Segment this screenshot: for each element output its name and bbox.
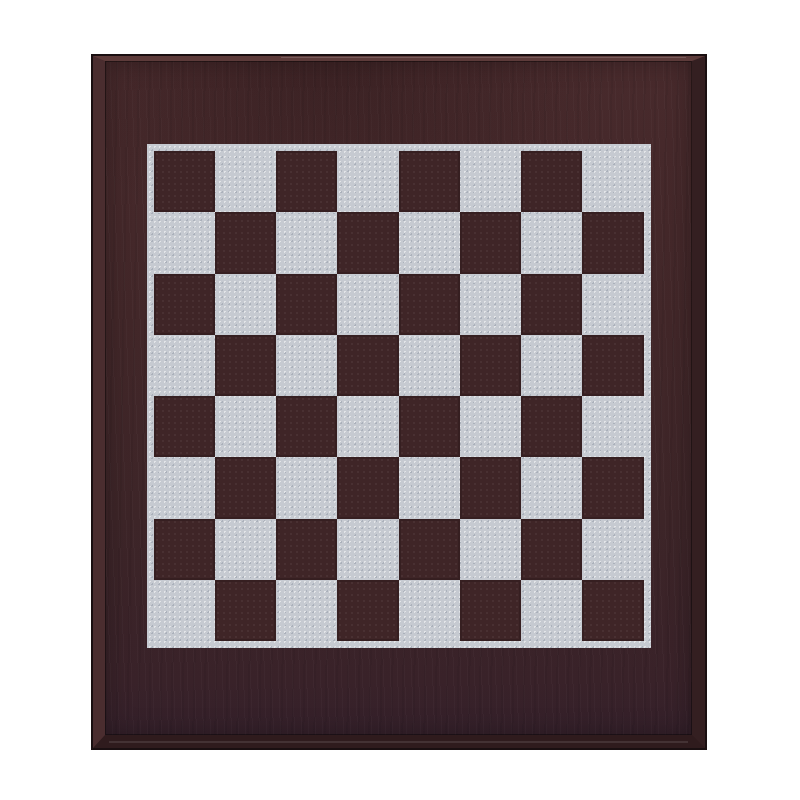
square-r3c8[interactable] bbox=[582, 274, 643, 335]
square-r8c6[interactable] bbox=[460, 580, 521, 641]
square-r3c6[interactable] bbox=[460, 274, 521, 335]
square-r5c7[interactable] bbox=[521, 396, 582, 457]
square-r7c8[interactable] bbox=[582, 519, 643, 580]
square-r6c6[interactable] bbox=[460, 457, 521, 518]
square-r5c8[interactable] bbox=[582, 396, 643, 457]
square-r4c1[interactable] bbox=[154, 335, 215, 396]
square-r6c7[interactable] bbox=[521, 457, 582, 518]
square-r7c6[interactable] bbox=[460, 519, 521, 580]
square-r3c5[interactable] bbox=[399, 274, 460, 335]
square-r8c8[interactable] bbox=[582, 580, 643, 641]
board-bottom-edge-highlight bbox=[109, 741, 688, 743]
square-r6c1[interactable] bbox=[154, 457, 215, 518]
square-r5c5[interactable] bbox=[399, 396, 460, 457]
square-r6c8[interactable] bbox=[582, 457, 643, 518]
square-r2c8[interactable] bbox=[582, 212, 643, 273]
square-r2c4[interactable] bbox=[337, 212, 398, 273]
square-r7c1[interactable] bbox=[154, 519, 215, 580]
square-r1c7[interactable] bbox=[521, 151, 582, 212]
photo-background bbox=[0, 0, 800, 800]
square-r1c8[interactable] bbox=[582, 151, 643, 212]
wooden-board bbox=[93, 56, 705, 748]
square-r6c4[interactable] bbox=[337, 457, 398, 518]
square-r8c4[interactable] bbox=[337, 580, 398, 641]
square-r5c2[interactable] bbox=[215, 396, 276, 457]
square-r5c4[interactable] bbox=[337, 396, 398, 457]
square-r5c6[interactable] bbox=[460, 396, 521, 457]
square-r8c7[interactable] bbox=[521, 580, 582, 641]
board-top-edge-highlight bbox=[281, 57, 686, 58]
square-r7c7[interactable] bbox=[521, 519, 582, 580]
checkerboard-frame bbox=[147, 144, 651, 648]
checkerboard bbox=[154, 151, 644, 641]
square-r6c5[interactable] bbox=[399, 457, 460, 518]
square-r4c8[interactable] bbox=[582, 335, 643, 396]
square-r3c4[interactable] bbox=[337, 274, 398, 335]
square-r8c5[interactable] bbox=[399, 580, 460, 641]
square-r8c1[interactable] bbox=[154, 580, 215, 641]
square-r1c6[interactable] bbox=[460, 151, 521, 212]
square-r8c3[interactable] bbox=[276, 580, 337, 641]
square-r1c2[interactable] bbox=[215, 151, 276, 212]
square-r2c7[interactable] bbox=[521, 212, 582, 273]
square-r2c1[interactable] bbox=[154, 212, 215, 273]
square-r3c3[interactable] bbox=[276, 274, 337, 335]
square-r1c3[interactable] bbox=[276, 151, 337, 212]
square-r4c4[interactable] bbox=[337, 335, 398, 396]
square-r1c4[interactable] bbox=[337, 151, 398, 212]
square-r1c1[interactable] bbox=[154, 151, 215, 212]
square-r5c1[interactable] bbox=[154, 396, 215, 457]
square-r6c3[interactable] bbox=[276, 457, 337, 518]
square-r1c5[interactable] bbox=[399, 151, 460, 212]
square-r2c5[interactable] bbox=[399, 212, 460, 273]
square-r4c3[interactable] bbox=[276, 335, 337, 396]
square-r7c5[interactable] bbox=[399, 519, 460, 580]
square-r2c6[interactable] bbox=[460, 212, 521, 273]
square-r8c2[interactable] bbox=[215, 580, 276, 641]
square-r7c2[interactable] bbox=[215, 519, 276, 580]
square-r4c7[interactable] bbox=[521, 335, 582, 396]
square-r2c2[interactable] bbox=[215, 212, 276, 273]
square-r5c3[interactable] bbox=[276, 396, 337, 457]
square-r7c4[interactable] bbox=[337, 519, 398, 580]
square-r3c7[interactable] bbox=[521, 274, 582, 335]
square-r7c3[interactable] bbox=[276, 519, 337, 580]
square-r4c5[interactable] bbox=[399, 335, 460, 396]
square-r6c2[interactable] bbox=[215, 457, 276, 518]
square-r2c3[interactable] bbox=[276, 212, 337, 273]
square-r3c2[interactable] bbox=[215, 274, 276, 335]
square-r4c2[interactable] bbox=[215, 335, 276, 396]
square-r4c6[interactable] bbox=[460, 335, 521, 396]
square-r3c1[interactable] bbox=[154, 274, 215, 335]
